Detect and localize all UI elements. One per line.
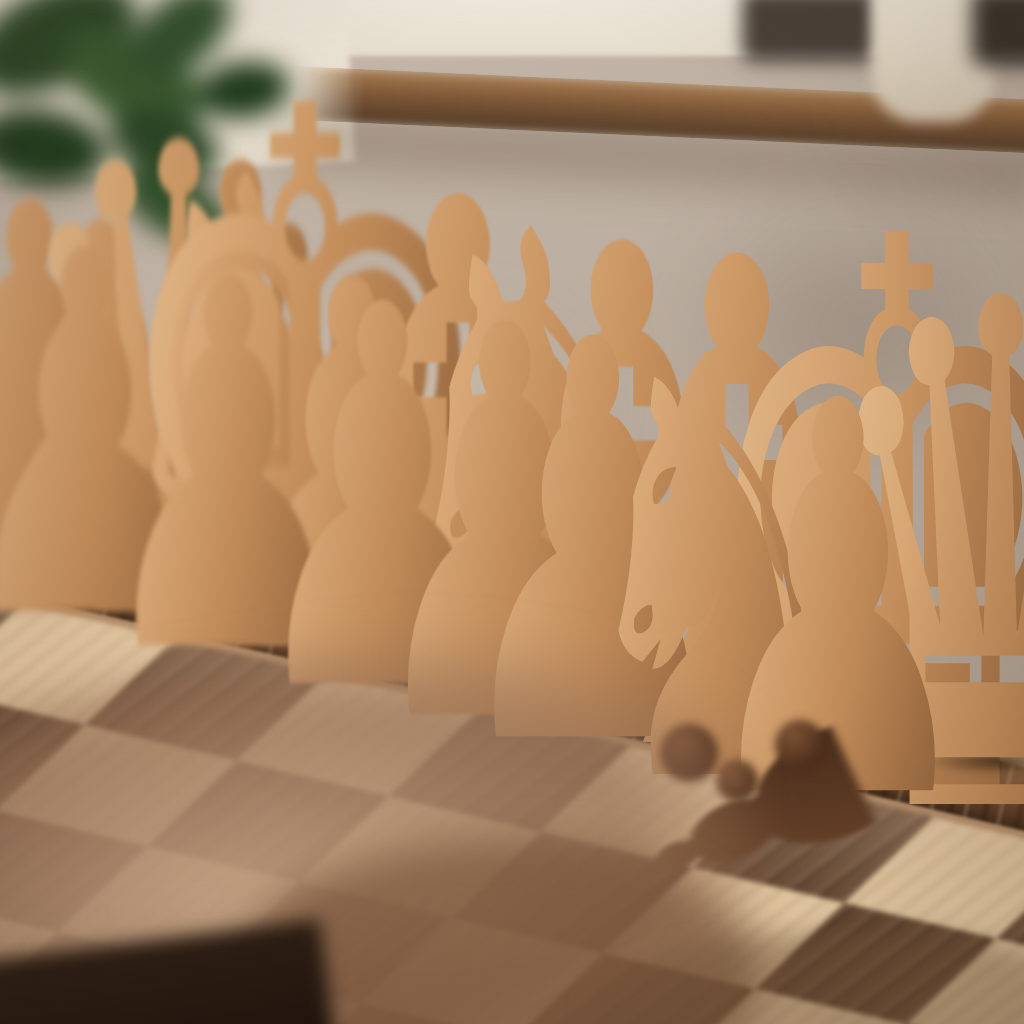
photo-vignette xyxy=(0,0,1024,1024)
photo-scene: ♟♟♛♞♚♟♝♞♝♝♚♛♟♟♟♟♟♞♟♟ xyxy=(0,0,1024,1024)
